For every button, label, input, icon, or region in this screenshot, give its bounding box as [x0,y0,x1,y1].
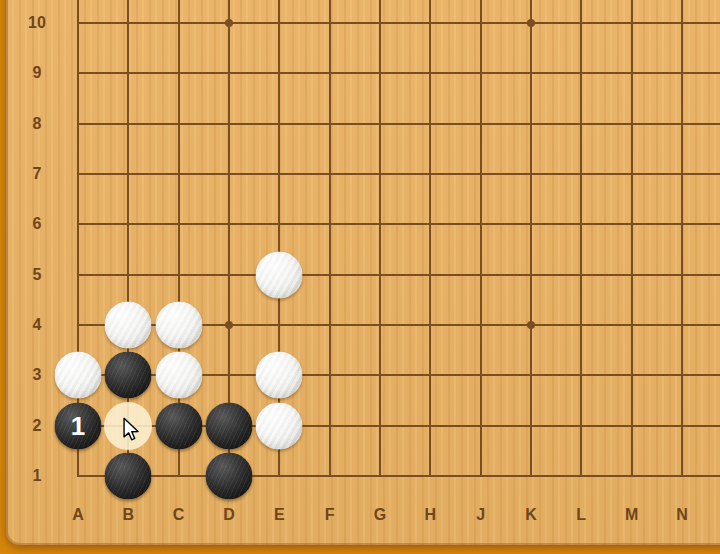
row-label-7: 7 [17,165,57,183]
stone-black-C2[interactable] [155,402,202,449]
col-label-E: E [259,506,299,524]
row-label-9: 9 [17,64,57,82]
col-label-G: G [360,506,400,524]
stone-black-B3[interactable] [105,352,152,399]
row-label-5: 5 [17,266,57,284]
col-label-H: H [410,506,450,524]
stone-black-B1[interactable] [105,452,152,499]
row-label-4: 4 [17,316,57,334]
stone-black-D2[interactable] [205,402,252,449]
stone-white-E3[interactable] [256,352,303,399]
move-number-label: 1 [71,413,85,439]
row-label-10: 10 [17,14,57,32]
stone-white-B4[interactable] [105,301,152,348]
col-label-A: A [58,506,98,524]
row-label-2: 2 [17,417,57,435]
col-label-D: D [209,506,249,524]
stone-white-C4[interactable] [155,301,202,348]
go-board-panel: 1 10987654321ABCDEFGHJKLMN [6,0,720,545]
stones-layer: 1 [53,0,720,501]
mouse-cursor-icon [123,417,141,443]
col-label-C: C [159,506,199,524]
stone-white-E5[interactable] [256,251,303,298]
col-label-B: B [108,506,148,524]
col-label-K: K [511,506,551,524]
col-label-L: L [561,506,601,524]
stone-black-A2[interactable]: 1 [54,402,101,449]
row-label-6: 6 [17,215,57,233]
stone-black-D1[interactable] [205,452,252,499]
row-label-8: 8 [17,115,57,133]
col-label-J: J [461,506,501,524]
row-label-3: 3 [17,366,57,384]
col-label-N: N [662,506,702,524]
stone-white-A3[interactable] [54,352,101,399]
col-label-F: F [310,506,350,524]
stone-white-E2[interactable] [256,402,303,449]
stone-white-C3[interactable] [155,352,202,399]
row-label-1: 1 [17,467,57,485]
col-label-M: M [612,506,652,524]
